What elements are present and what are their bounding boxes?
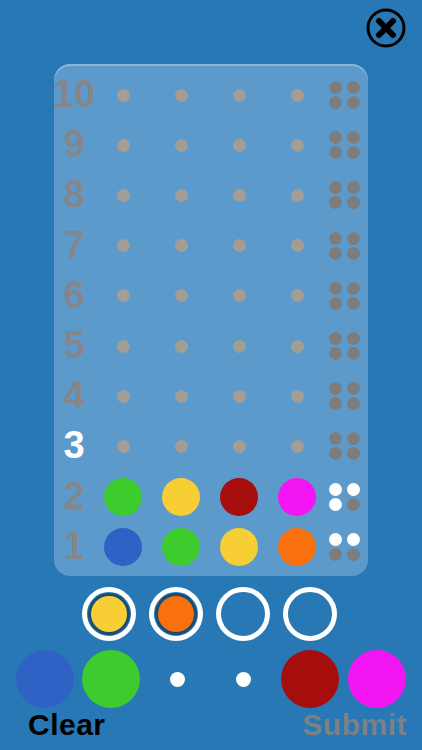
empty-slot-dot — [117, 390, 130, 403]
submit-button[interactable]: Submit — [302, 708, 407, 742]
feedback-peg-gray — [329, 447, 342, 460]
board-row-8: 8 — [54, 170, 368, 220]
empty-slot-dot — [233, 289, 246, 302]
feedback-peg-white — [329, 533, 342, 546]
feedback-pegs — [329, 382, 360, 410]
feedback-pegs — [329, 533, 360, 561]
empty-slot-dot — [291, 440, 304, 453]
clear-button[interactable]: Clear — [28, 708, 106, 742]
row-number: 4 — [63, 376, 84, 414]
empty-slot-dot — [233, 139, 246, 152]
row-number: 1 — [63, 527, 84, 565]
row-number: 9 — [63, 125, 84, 163]
feedback-peg-white — [347, 483, 360, 496]
guess-peg-yellow — [220, 528, 258, 566]
guess-peg-blue — [104, 528, 142, 566]
guess-peg-magenta — [278, 478, 316, 516]
feedback-peg-gray — [347, 96, 360, 109]
feedback-pegs — [329, 81, 360, 109]
row-number: 6 — [63, 276, 84, 314]
empty-slot-dot — [291, 340, 304, 353]
empty-slot-dot — [117, 89, 130, 102]
empty-slot-dot — [175, 189, 188, 202]
row-number: 8 — [63, 175, 84, 213]
feedback-peg-gray — [329, 232, 342, 245]
board-row-1: 1 — [54, 522, 368, 572]
empty-slot-dot — [291, 189, 304, 202]
current-guess-fill-orange — [158, 596, 194, 632]
empty-slot-dot — [233, 340, 246, 353]
palette-color-blue[interactable] — [16, 650, 74, 708]
feedback-peg-gray — [329, 382, 342, 395]
feedback-peg-gray — [329, 332, 342, 345]
feedback-peg-gray — [347, 382, 360, 395]
row-number: 3 — [63, 426, 84, 464]
feedback-peg-gray — [347, 247, 360, 260]
current-guess-slot-3[interactable] — [216, 587, 270, 641]
feedback-peg-gray — [347, 297, 360, 310]
feedback-peg-gray — [329, 282, 342, 295]
empty-slot-dot — [175, 390, 188, 403]
empty-slot-dot — [291, 139, 304, 152]
palette-used-orange — [236, 672, 251, 687]
empty-slot-dot — [117, 440, 130, 453]
board-row-10: 10 — [54, 70, 368, 120]
guess-peg-green — [104, 478, 142, 516]
feedback-peg-gray — [329, 131, 342, 144]
feedback-peg-gray — [329, 432, 342, 445]
empty-slot-dot — [233, 440, 246, 453]
feedback-peg-gray — [329, 96, 342, 109]
feedback-peg-gray — [329, 181, 342, 194]
guess-peg-orange — [278, 528, 316, 566]
empty-slot-dot — [175, 289, 188, 302]
empty-slot-dot — [117, 289, 130, 302]
guess-peg-yellow — [162, 478, 200, 516]
palette-color-darkred[interactable] — [281, 650, 339, 708]
board-row-7: 7 — [54, 221, 368, 271]
current-guess-slot-4[interactable] — [283, 587, 337, 641]
feedback-peg-gray — [347, 432, 360, 445]
feedback-peg-gray — [329, 548, 342, 561]
feedback-peg-gray — [347, 196, 360, 209]
empty-slot-dot — [233, 189, 246, 202]
guess-peg-green — [162, 528, 200, 566]
feedback-peg-gray — [347, 282, 360, 295]
empty-slot-dot — [175, 239, 188, 252]
close-icon — [366, 8, 406, 48]
empty-slot-dot — [291, 390, 304, 403]
feedback-peg-gray — [329, 146, 342, 159]
feedback-pegs — [329, 432, 360, 460]
empty-slot-dot — [175, 139, 188, 152]
feedback-peg-gray — [329, 397, 342, 410]
row-number: 7 — [63, 226, 84, 264]
feedback-peg-gray — [347, 131, 360, 144]
feedback-peg-gray — [347, 81, 360, 94]
feedback-pegs — [329, 131, 360, 159]
feedback-peg-gray — [347, 146, 360, 159]
empty-slot-dot — [117, 239, 130, 252]
empty-slot-dot — [233, 89, 246, 102]
feedback-peg-gray — [329, 196, 342, 209]
feedback-peg-gray — [329, 347, 342, 360]
feedback-pegs — [329, 282, 360, 310]
feedback-pegs — [329, 332, 360, 360]
feedback-pegs — [329, 483, 360, 511]
feedback-peg-gray — [347, 548, 360, 561]
board-row-3: 3 — [54, 421, 368, 471]
feedback-peg-gray — [347, 347, 360, 360]
row-number: 10 — [53, 75, 95, 113]
feedback-peg-white — [329, 498, 342, 511]
feedback-peg-gray — [329, 247, 342, 260]
board-row-5: 5 — [54, 321, 368, 371]
row-number: 5 — [63, 326, 84, 364]
palette-color-green[interactable] — [82, 650, 140, 708]
empty-slot-dot — [175, 89, 188, 102]
row-number: 2 — [63, 477, 84, 515]
feedback-pegs — [329, 181, 360, 209]
current-guess-slot-2[interactable] — [149, 587, 203, 641]
feedback-peg-gray — [347, 498, 360, 511]
empty-slot-dot — [117, 189, 130, 202]
feedback-peg-gray — [347, 232, 360, 245]
empty-slot-dot — [233, 239, 246, 252]
board-panel: 10987654321 — [54, 64, 368, 576]
palette-used-yellow — [170, 672, 185, 687]
empty-slot-dot — [291, 89, 304, 102]
empty-slot-dot — [175, 440, 188, 453]
feedback-peg-gray — [329, 81, 342, 94]
board-row-9: 9 — [54, 120, 368, 170]
game-screen: 10987654321 Clear Submit — [0, 0, 422, 750]
feedback-peg-gray — [329, 297, 342, 310]
feedback-peg-gray — [347, 332, 360, 345]
empty-slot-dot — [175, 340, 188, 353]
feedback-peg-white — [347, 533, 360, 546]
palette-color-magenta[interactable] — [348, 650, 406, 708]
feedback-pegs — [329, 232, 360, 260]
current-guess-slot-1[interactable] — [82, 587, 136, 641]
empty-slot-dot — [291, 239, 304, 252]
empty-slot-dot — [291, 289, 304, 302]
feedback-peg-gray — [347, 181, 360, 194]
guess-peg-darkred — [220, 478, 258, 516]
empty-slot-dot — [117, 139, 130, 152]
empty-slot-dot — [233, 390, 246, 403]
current-guess-fill-yellow — [91, 596, 127, 632]
feedback-peg-gray — [347, 447, 360, 460]
board-row-6: 6 — [54, 271, 368, 321]
feedback-peg-white — [329, 483, 342, 496]
empty-slot-dot — [117, 340, 130, 353]
feedback-peg-gray — [347, 397, 360, 410]
board-row-4: 4 — [54, 371, 368, 421]
close-button[interactable] — [366, 8, 406, 48]
board-row-2: 2 — [54, 472, 368, 522]
